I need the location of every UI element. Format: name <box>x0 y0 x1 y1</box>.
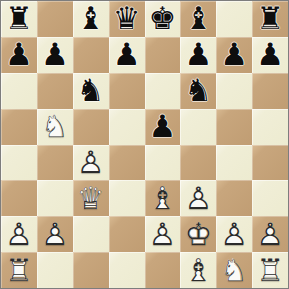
square-g7[interactable]: ♟ <box>216 37 252 73</box>
piece-black-pawn[interactable]: ♟ <box>180 37 216 73</box>
chess-board: ♜♝♛♚♝♜♟♟♟♟♟♟♞♞♞♘♟♟♙♛♕♝♗♟♙♟♙♟♙♟♙♚♔♟♙♟♙♜♖♝… <box>0 0 289 289</box>
square-a6[interactable] <box>1 73 37 109</box>
black-pawn-icon: ♟ <box>1 37 37 73</box>
white-pawn-outline-icon: ♙ <box>73 145 109 181</box>
white-bishop-outline-icon: ♗ <box>180 252 216 288</box>
white-pawn-outline-icon: ♙ <box>145 216 181 252</box>
piece-black-pawn[interactable]: ♟ <box>109 37 145 73</box>
white-pawn-outline-icon: ♙ <box>180 180 216 216</box>
piece-white-pawn[interactable]: ♟♙ <box>37 216 73 252</box>
black-pawn-icon: ♟ <box>145 109 181 145</box>
square-f1[interactable]: ♝♗ <box>180 252 216 288</box>
square-c5[interactable] <box>73 109 109 145</box>
black-queen-icon: ♛ <box>109 1 145 37</box>
black-pawn-icon: ♟ <box>109 37 145 73</box>
square-b6[interactable] <box>37 73 73 109</box>
black-pawn-icon: ♟ <box>216 37 252 73</box>
square-e4[interactable] <box>145 145 181 181</box>
square-f6[interactable]: ♞ <box>180 73 216 109</box>
square-g2[interactable]: ♟♙ <box>216 216 252 252</box>
square-g1[interactable]: ♞♘ <box>216 252 252 288</box>
piece-black-rook[interactable]: ♜ <box>252 1 288 37</box>
white-pawn-outline-icon: ♙ <box>1 216 37 252</box>
square-a3[interactable] <box>1 180 37 216</box>
square-e3[interactable]: ♝♗ <box>145 180 181 216</box>
square-f2[interactable]: ♚♔ <box>180 216 216 252</box>
square-d8[interactable]: ♛ <box>109 1 145 37</box>
piece-white-bishop[interactable]: ♝♗ <box>180 252 216 288</box>
piece-black-pawn[interactable]: ♟ <box>145 109 181 145</box>
square-d4[interactable] <box>109 145 145 181</box>
square-h4[interactable] <box>252 145 288 181</box>
piece-white-knight[interactable]: ♞♘ <box>216 252 252 288</box>
square-e6[interactable] <box>145 73 181 109</box>
piece-black-knight[interactable]: ♞ <box>73 73 109 109</box>
white-pawn-outline-icon: ♙ <box>252 216 288 252</box>
square-d2[interactable] <box>109 216 145 252</box>
square-a2[interactable]: ♟♙ <box>1 216 37 252</box>
white-king-outline-icon: ♔ <box>180 216 216 252</box>
white-bishop-outline-icon: ♗ <box>145 180 181 216</box>
square-c8[interactable]: ♝ <box>73 1 109 37</box>
piece-white-queen[interactable]: ♛♕ <box>73 180 109 216</box>
square-g4[interactable] <box>216 145 252 181</box>
square-c3[interactable]: ♛♕ <box>73 180 109 216</box>
square-b3[interactable] <box>37 180 73 216</box>
white-knight-outline-icon: ♘ <box>216 252 252 288</box>
square-a8[interactable]: ♜ <box>1 1 37 37</box>
square-g8[interactable] <box>216 1 252 37</box>
square-e7[interactable] <box>145 37 181 73</box>
square-c2[interactable] <box>73 216 109 252</box>
square-a1[interactable]: ♜♖ <box>1 252 37 288</box>
black-pawn-icon: ♟ <box>252 37 288 73</box>
piece-white-bishop[interactable]: ♝♗ <box>145 180 181 216</box>
square-d3[interactable] <box>109 180 145 216</box>
square-f8[interactable]: ♝ <box>180 1 216 37</box>
square-b1[interactable] <box>37 252 73 288</box>
white-rook-outline-icon: ♖ <box>252 252 288 288</box>
black-king-icon: ♚ <box>145 1 181 37</box>
piece-black-pawn[interactable]: ♟ <box>252 37 288 73</box>
piece-white-rook[interactable]: ♜♖ <box>252 252 288 288</box>
square-b7[interactable]: ♟ <box>37 37 73 73</box>
piece-black-rook[interactable]: ♜ <box>1 1 37 37</box>
square-f4[interactable] <box>180 145 216 181</box>
square-d1[interactable] <box>109 252 145 288</box>
white-pawn-outline-icon: ♙ <box>216 216 252 252</box>
piece-black-pawn[interactable]: ♟ <box>1 37 37 73</box>
square-h8[interactable]: ♜ <box>252 1 288 37</box>
piece-black-pawn[interactable]: ♟ <box>216 37 252 73</box>
square-h6[interactable] <box>252 73 288 109</box>
piece-black-king[interactable]: ♚ <box>145 1 181 37</box>
piece-white-rook[interactable]: ♜♖ <box>1 252 37 288</box>
piece-black-knight[interactable]: ♞ <box>180 73 216 109</box>
piece-black-pawn[interactable]: ♟ <box>37 37 73 73</box>
piece-white-pawn[interactable]: ♟♙ <box>216 216 252 252</box>
square-e8[interactable]: ♚ <box>145 1 181 37</box>
square-h5[interactable] <box>252 109 288 145</box>
piece-white-king[interactable]: ♚♔ <box>180 216 216 252</box>
black-knight-icon: ♞ <box>73 73 109 109</box>
square-h7[interactable]: ♟ <box>252 37 288 73</box>
square-c1[interactable] <box>73 252 109 288</box>
piece-white-pawn[interactable]: ♟♙ <box>180 180 216 216</box>
black-rook-icon: ♜ <box>1 1 37 37</box>
square-a7[interactable]: ♟ <box>1 37 37 73</box>
square-e5[interactable]: ♟ <box>145 109 181 145</box>
piece-white-pawn[interactable]: ♟♙ <box>145 216 181 252</box>
square-c4[interactable]: ♟♙ <box>73 145 109 181</box>
square-h3[interactable] <box>252 180 288 216</box>
square-e2[interactable]: ♟♙ <box>145 216 181 252</box>
square-a5[interactable] <box>1 109 37 145</box>
square-c7[interactable] <box>73 37 109 73</box>
piece-black-queen[interactable]: ♛ <box>109 1 145 37</box>
square-g5[interactable] <box>216 109 252 145</box>
square-h1[interactable]: ♜♖ <box>252 252 288 288</box>
white-rook-outline-icon: ♖ <box>1 252 37 288</box>
piece-black-bishop[interactable]: ♝ <box>180 1 216 37</box>
square-b4[interactable] <box>37 145 73 181</box>
piece-white-pawn[interactable]: ♟♙ <box>1 216 37 252</box>
square-f5[interactable] <box>180 109 216 145</box>
square-h2[interactable]: ♟♙ <box>252 216 288 252</box>
black-bishop-icon: ♝ <box>73 1 109 37</box>
square-e1[interactable] <box>145 252 181 288</box>
square-b5[interactable]: ♞♘ <box>37 109 73 145</box>
black-pawn-icon: ♟ <box>37 37 73 73</box>
piece-white-pawn[interactable]: ♟♙ <box>252 216 288 252</box>
square-f7[interactable]: ♟ <box>180 37 216 73</box>
white-queen-outline-icon: ♕ <box>73 180 109 216</box>
square-f3[interactable]: ♟♙ <box>180 180 216 216</box>
black-pawn-icon: ♟ <box>180 37 216 73</box>
square-d6[interactable] <box>109 73 145 109</box>
square-d5[interactable] <box>109 109 145 145</box>
white-pawn-outline-icon: ♙ <box>37 216 73 252</box>
black-rook-icon: ♜ <box>252 1 288 37</box>
piece-white-pawn[interactable]: ♟♙ <box>73 145 109 181</box>
square-g6[interactable] <box>216 73 252 109</box>
square-g3[interactable] <box>216 180 252 216</box>
square-b2[interactable]: ♟♙ <box>37 216 73 252</box>
square-a4[interactable] <box>1 145 37 181</box>
square-b8[interactable] <box>37 1 73 37</box>
piece-black-bishop[interactable]: ♝ <box>73 1 109 37</box>
square-d7[interactable]: ♟ <box>109 37 145 73</box>
square-c6[interactable]: ♞ <box>73 73 109 109</box>
black-knight-icon: ♞ <box>180 73 216 109</box>
black-bishop-icon: ♝ <box>180 1 216 37</box>
white-knight-outline-icon: ♘ <box>37 109 73 145</box>
piece-white-knight[interactable]: ♞♘ <box>37 109 73 145</box>
